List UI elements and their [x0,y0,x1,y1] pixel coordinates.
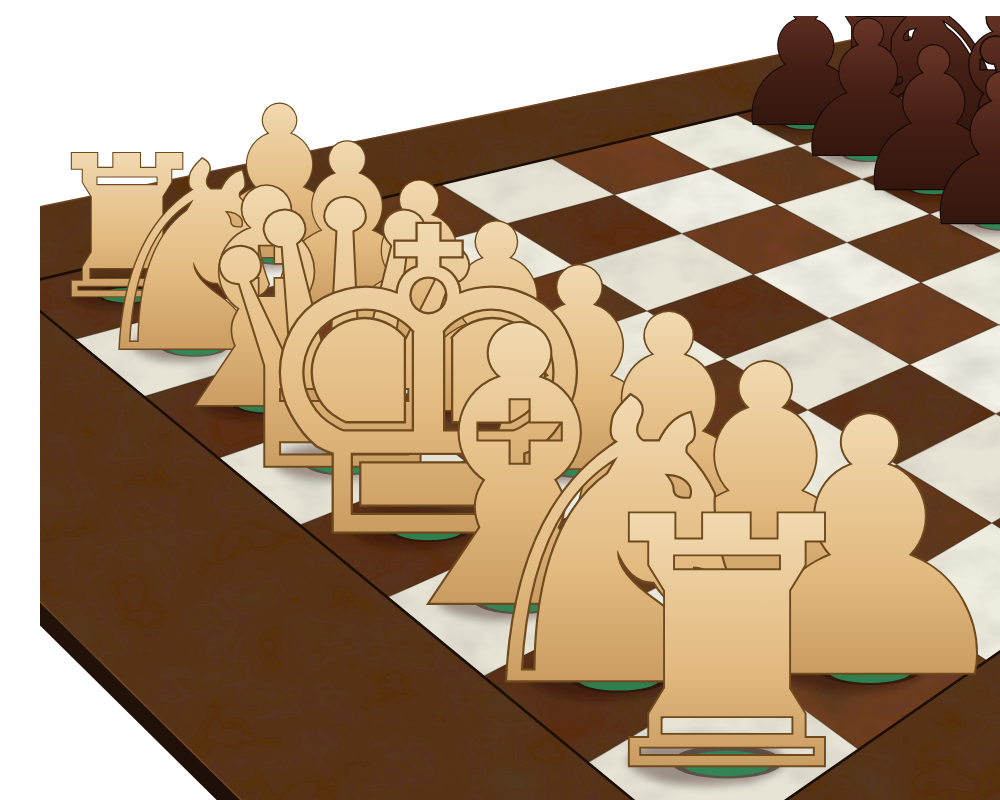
chess-board-scene: ♜♟♞♟♝♟♛♟♚♟♟♝♜♟♟♞♟♜♞♟♟♝♟♛♟♟♚♟♝♟♞♜ [40,16,1000,800]
piece-white-rook-h1[interactable]: ♜ [572,445,881,800]
piece-black-pawn-e7[interactable]: ♟ [978,58,1000,311]
chess-set-photo: ♜♟♞♟♝♟♛♟♚♟♟♝♜♟♟♞♟♜♞♟♟♝♟♛♟♟♚♟♝♟♞♜ [40,16,1000,800]
